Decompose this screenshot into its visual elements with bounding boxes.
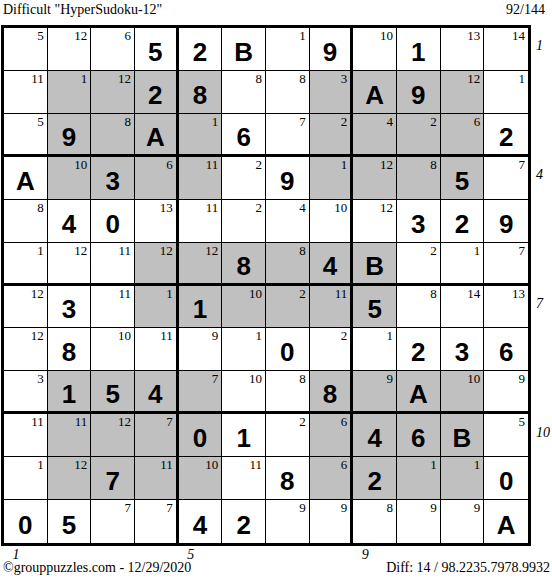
cell-r3c4[interactable]: A [135,114,179,157]
clue-number: 1 [519,71,526,86]
clue-number: 11 [335,286,348,301]
clue-number: 10 [118,328,131,343]
given-value: 5 [353,286,396,328]
cell-r6c10[interactable]: 2 [397,243,441,286]
clue-number: 6 [474,114,481,129]
cell-r5c7[interactable]: 4 [266,200,310,243]
clue-number: 13 [512,286,525,301]
cell-r2c9[interactable]: A [353,71,397,114]
row-label-10: 10 [536,425,552,441]
cell-r8c7[interactable]: 0 [266,328,310,371]
given-value: 2 [441,200,484,242]
clue-number: 13 [467,28,480,43]
clue-number: 6 [341,414,348,429]
cell-r4c12[interactable]: 7 [484,157,528,200]
clue-number: 11 [160,328,173,343]
clue-number: 12 [205,243,218,258]
row-label-7: 7 [536,296,552,312]
clue-number: 11 [75,414,88,429]
cell-r6c4[interactable]: 12 [135,243,179,286]
given-value: 6 [222,114,265,154]
clue-number: 2 [299,286,306,301]
clue-number: 9 [212,328,219,343]
cell-r4c4[interactable]: 6 [135,157,179,200]
clue-number: 3 [37,371,44,386]
clue-number: 5 [519,414,526,429]
cell-r4c11[interactable]: 5 [441,157,485,200]
cell-r9c12[interactable]: 9 [484,371,528,414]
cell-r11c8[interactable]: 6 [310,457,354,500]
given-value: A [135,114,176,154]
clue-number: 5 [37,114,44,129]
given-value: A [353,71,396,113]
cell-r2c1[interactable]: 11 [4,71,48,114]
cell-r3c6[interactable]: 6 [222,114,266,157]
clue-number: 8 [125,114,132,129]
given-value: 9 [310,28,351,70]
clue-number: 10 [467,371,480,386]
cell-r7c1[interactable]: 12 [4,286,48,329]
cell-r10c4[interactable]: 7 [135,414,179,457]
given-value: 4 [179,500,222,543]
cell-r5c9[interactable]: 12 [353,200,397,243]
cell-r6c7[interactable]: 8 [266,243,310,286]
cell-r1c2[interactable]: 12 [48,28,92,71]
cell-r6c6[interactable]: 8 [222,243,266,286]
clue-number: 14 [512,28,525,43]
cell-r9c9[interactable]: 9 [353,371,397,414]
clue-number: 10 [249,286,262,301]
cell-r9c4[interactable]: 4 [135,371,179,414]
cell-r4c3[interactable]: 3 [91,157,135,200]
cell-r9c11[interactable]: 10 [441,371,485,414]
cell-r7c2[interactable]: 3 [48,286,92,329]
cell-r1c3[interactable]: 6 [91,28,135,71]
cell-r6c9[interactable]: B [353,243,397,286]
clue-number: 10 [249,371,262,386]
given-value: 7 [91,457,134,499]
cell-r9c1[interactable]: 3 [4,371,48,414]
clue-number: 8 [299,371,306,386]
cell-r7c12[interactable]: 13 [484,286,528,329]
clue-number: 2 [299,414,306,429]
cell-r7c8[interactable]: 11 [310,286,354,329]
clue-number: 12 [467,71,480,86]
cell-r5c3[interactable]: 0 [91,200,135,243]
given-value: 4 [135,371,176,411]
cell-r12c6[interactable]: 2 [222,500,266,543]
clue-number: 7 [166,414,173,429]
given-value: 3 [48,286,91,328]
clue-number: 7 [166,500,173,515]
clue-number: 10 [205,457,218,472]
col-label-9: 9 [357,547,373,563]
given-value: A [4,157,47,199]
clue-number: 1 [166,286,173,301]
clue-number: 10 [334,200,347,215]
cell-r8c10[interactable]: 2 [397,328,441,371]
cell-r10c6[interactable]: 1 [222,414,266,457]
clue-number: 2 [341,328,348,343]
cell-r10c2[interactable]: 11 [48,414,92,457]
cell-r5c11[interactable]: 2 [441,200,485,243]
clue-number: 11 [206,200,219,215]
given-value: 2 [135,71,176,113]
given-value: 2 [222,500,265,543]
clue-number: 11 [206,157,219,172]
clue-number: 7 [519,157,526,172]
clue-number: 1 [256,328,263,343]
clue-number: 8 [299,243,306,258]
cell-r9c2[interactable]: 1 [48,371,92,414]
clue-number: 9 [474,500,481,515]
clue-number: 11 [160,457,173,472]
cell-r10c7[interactable]: 2 [266,414,310,457]
cell-r6c11[interactable]: 1 [441,243,485,286]
puzzle-counter: 92/144 [506,2,545,18]
clue-number: 4 [387,114,394,129]
clue-number: 2 [256,200,263,215]
cell-r11c3[interactable]: 7 [91,457,135,500]
cell-r1c6[interactable]: B [222,28,266,71]
cell-r9c8[interactable]: 8 [310,371,354,414]
given-value: 5 [441,157,484,199]
cell-r12c1[interactable]: 0 [4,500,48,543]
clue-number: 1 [387,328,394,343]
cell-r12c7[interactable]: 9 [266,500,310,543]
given-value: 2 [353,457,396,499]
clue-number: 12 [74,28,87,43]
cell-r3c7[interactable]: 7 [266,114,310,157]
clue-number: 9 [299,500,306,515]
cell-r2c11[interactable]: 12 [441,71,485,114]
cell-r11c4[interactable]: 11 [135,457,179,500]
cell-r1c11[interactable]: 13 [441,28,485,71]
cell-r2c12[interactable]: 1 [484,71,528,114]
cell-r3c2[interactable]: 9 [48,114,92,157]
given-value: 9 [48,114,91,154]
clue-number: 12 [74,243,87,258]
given-value: 9 [484,200,528,242]
cell-r8c1[interactable]: 12 [4,328,48,371]
cell-r7c11[interactable]: 14 [441,286,485,329]
cell-r11c9[interactable]: 2 [353,457,397,500]
cell-r5c1[interactable]: 8 [4,200,48,243]
cell-r1c10[interactable]: 1 [397,28,441,71]
clue-number: 12 [31,328,44,343]
given-value: 2 [397,328,440,370]
given-value: 9 [266,157,309,199]
cell-r12c4[interactable]: 7 [135,500,179,543]
given-value: 4 [310,243,351,283]
sudoku-board: 512652B1910113141111228883A9121598A16724… [1,25,531,546]
clue-number: 1 [474,457,481,472]
cell-r3c1[interactable]: 5 [4,114,48,157]
cell-r11c6[interactable]: 11 [222,457,266,500]
cell-r1c8[interactable]: 9 [310,28,354,71]
clue-number: 1 [474,243,481,258]
cell-r4c10[interactable]: 8 [397,157,441,200]
cell-r4c6[interactable]: 2 [222,157,266,200]
clue-number: 12 [31,286,44,301]
puzzle-page: Difficult "HyperSudoku-12" 92/144 512652… [0,0,552,578]
cell-r11c1[interactable]: 1 [4,457,48,500]
cell-r12c10[interactable]: 9 [397,500,441,543]
given-value: 1 [179,286,222,328]
cell-r3c9[interactable]: 4 [353,114,397,157]
given-value: 1 [48,371,91,411]
cell-r12c8[interactable]: 9 [310,500,354,543]
given-value: A [484,500,528,543]
clue-number: 12 [380,157,393,172]
cell-r11c11[interactable]: 1 [441,457,485,500]
cell-r4c2[interactable]: 10 [48,157,92,200]
clue-number: 10 [380,28,393,43]
given-value: 8 [266,457,309,499]
given-value: 8 [48,328,91,370]
clue-number: 9 [430,500,437,515]
given-value: 0 [91,200,134,242]
clue-number: 12 [160,243,173,258]
cell-r5c6[interactable]: 2 [222,200,266,243]
cell-r1c5[interactable]: 2 [179,28,223,71]
cell-r3c3[interactable]: 8 [91,114,135,157]
clue-number: 7 [212,371,219,386]
clue-number: 8 [430,157,437,172]
cell-r7c10[interactable]: 8 [397,286,441,329]
cell-r5c5[interactable]: 11 [179,200,223,243]
cell-r7c9[interactable]: 5 [353,286,397,329]
cell-r12c2[interactable]: 5 [48,500,92,543]
clue-number: 1 [299,28,306,43]
given-value: 8 [179,71,222,113]
given-value: A [397,371,440,411]
given-value: 4 [48,200,91,242]
cell-r9c7[interactable]: 8 [266,371,310,414]
given-value: 2 [484,114,528,154]
cell-r7c5[interactable]: 1 [179,286,223,329]
clue-number: 11 [31,71,44,86]
cell-r9c3[interactable]: 5 [91,371,135,414]
cell-r8c3[interactable]: 10 [91,328,135,371]
cell-r12c9[interactable]: 8 [353,500,397,543]
cell-r2c3[interactable]: 12 [91,71,135,114]
cell-r10c1[interactable]: 11 [4,414,48,457]
cell-r9c10[interactable]: A [397,371,441,414]
cell-r3c8[interactable]: 2 [310,114,354,157]
clue-number: 12 [118,71,131,86]
clue-number: 1 [212,114,219,129]
given-value: 2 [179,28,222,70]
difficulty-text: Diff: 14 / 98.2235.7978.9932 [386,560,550,576]
cell-r8c8[interactable]: 2 [310,328,354,371]
cell-r8c12[interactable]: 6 [484,328,528,371]
given-value: 8 [222,243,265,283]
clue-number: 2 [430,114,437,129]
given-value: B [222,28,265,70]
cell-r4c5[interactable]: 11 [179,157,223,200]
cell-r4c9[interactable]: 12 [353,157,397,200]
cell-r5c8[interactable]: 10 [310,200,354,243]
clue-number: 8 [387,500,394,515]
given-value: 4 [353,414,396,456]
cell-r9c6[interactable]: 10 [222,371,266,414]
cell-r5c4[interactable]: 13 [135,200,179,243]
clue-number: 2 [256,157,263,172]
cell-r7c7[interactable]: 2 [266,286,310,329]
given-value: 1 [397,28,440,70]
given-value: 8 [310,371,351,411]
cell-r5c2[interactable]: 4 [48,200,92,243]
clue-number: 1 [81,71,88,86]
cell-r2c10[interactable]: 9 [397,71,441,114]
clue-number: 6 [341,457,348,472]
cell-r12c5[interactable]: 4 [179,500,223,543]
cell-r10c11[interactable]: B [441,414,485,457]
cell-r12c12[interactable]: A [484,500,528,543]
cell-r1c4[interactable]: 5 [135,28,179,71]
clue-number: 5 [37,28,44,43]
clue-number: 2 [430,243,437,258]
clue-number: 3 [341,71,348,86]
cell-r8c6[interactable]: 1 [222,328,266,371]
clue-number: 8 [299,71,306,86]
cell-r5c10[interactable]: 3 [397,200,441,243]
cell-r1c12[interactable]: 14 [484,28,528,71]
clue-number: 10 [74,157,87,172]
cell-r5c12[interactable]: 9 [484,200,528,243]
page-title: Difficult "HyperSudoku-12" [3,2,162,18]
clue-number: 11 [118,286,131,301]
given-value: 5 [135,28,176,70]
cell-r12c11[interactable]: 9 [441,500,485,543]
clue-number: 14 [467,286,480,301]
clue-number: 9 [387,371,394,386]
clue-number: 6 [166,157,173,172]
row-label-1: 1 [536,38,552,54]
given-value: 3 [397,200,440,242]
cell-r8c11[interactable]: 3 [441,328,485,371]
cell-r9c5[interactable]: 7 [179,371,223,414]
cell-r10c5[interactable]: 0 [179,414,223,457]
given-value: 0 [484,457,528,499]
clue-number: 11 [249,457,262,472]
cell-r2c6[interactable]: 8 [222,71,266,114]
cell-r6c12[interactable]: 7 [484,243,528,286]
cell-r8c9[interactable]: 1 [353,328,397,371]
clue-number: 1 [37,243,44,258]
cell-r2c5[interactable]: 8 [179,71,223,114]
cell-r1c9[interactable]: 10 [353,28,397,71]
cell-r6c5[interactable]: 12 [179,243,223,286]
row-label-4: 4 [536,167,552,183]
cell-r8c5[interactable]: 9 [179,328,223,371]
clue-number: 2 [341,114,348,129]
cell-r3c11[interactable]: 6 [441,114,485,157]
cell-r6c3[interactable]: 11 [91,243,135,286]
cell-r4c1[interactable]: A [4,157,48,200]
cell-r3c12[interactable]: 2 [484,114,528,157]
cell-r2c8[interactable]: 3 [310,71,354,114]
cell-r10c10[interactable]: 6 [397,414,441,457]
given-value: 9 [397,71,440,113]
cell-r6c8[interactable]: 4 [310,243,354,286]
clue-number: 1 [341,157,348,172]
clue-number: 7 [299,114,306,129]
given-value: 1 [222,414,265,456]
clue-number: 7 [125,500,132,515]
clue-number: 6 [125,28,132,43]
clue-number: 11 [31,414,44,429]
clue-number: 8 [256,71,263,86]
cell-r6c2[interactable]: 12 [48,243,92,286]
cell-r4c8[interactable]: 1 [310,157,354,200]
cell-r2c2[interactable]: 1 [48,71,92,114]
clue-number: 8 [37,200,44,215]
cell-r1c1[interactable]: 5 [4,28,48,71]
given-value: B [441,414,484,456]
clue-number: 8 [430,286,437,301]
cell-r11c5[interactable]: 10 [179,457,223,500]
given-value: 5 [91,371,134,411]
cell-r10c12[interactable]: 5 [484,414,528,457]
copyright-text: ©grouppuzzles.com - 12/29/2020 [3,560,191,576]
cell-r11c7[interactable]: 8 [266,457,310,500]
given-value: B [353,243,396,283]
clue-number: 9 [341,500,348,515]
given-value: 3 [91,157,134,199]
cell-r3c5[interactable]: 1 [179,114,223,157]
given-value: 5 [48,500,91,543]
cell-r8c4[interactable]: 11 [135,328,179,371]
clue-number: 12 [380,200,393,215]
cell-r10c9[interactable]: 4 [353,414,397,457]
clue-number: 13 [160,200,173,215]
cell-r2c7[interactable]: 8 [266,71,310,114]
clue-number: 12 [118,414,131,429]
clue-number: 4 [299,200,306,215]
clue-number: 1 [430,457,437,472]
clue-number: 11 [118,243,131,258]
given-value: 6 [484,328,528,370]
clue-number: 1 [37,457,44,472]
given-value: 6 [397,414,440,456]
clue-number: 9 [519,371,526,386]
cell-r12c3[interactable]: 7 [91,500,135,543]
cell-r10c3[interactable]: 12 [91,414,135,457]
cell-r3c10[interactable]: 2 [397,114,441,157]
cell-r7c6[interactable]: 10 [222,286,266,329]
given-value: 0 [179,414,222,456]
cell-r11c12[interactable]: 0 [484,457,528,500]
cell-r8c2[interactable]: 8 [48,328,92,371]
given-value: 0 [266,328,309,370]
cell-r2c4[interactable]: 2 [135,71,179,114]
cell-r11c10[interactable]: 1 [397,457,441,500]
given-value: 0 [4,500,47,543]
cell-r1c7[interactable]: 1 [266,28,310,71]
cell-r4c7[interactable]: 9 [266,157,310,200]
cell-r10c8[interactable]: 6 [310,414,354,457]
clue-number: 12 [74,457,87,472]
cell-r11c2[interactable]: 12 [48,457,92,500]
given-value: 3 [441,328,484,370]
clue-number: 7 [519,243,526,258]
cell-r7c3[interactable]: 11 [91,286,135,329]
cell-r6c1[interactable]: 1 [4,243,48,286]
cell-r7c4[interactable]: 1 [135,286,179,329]
